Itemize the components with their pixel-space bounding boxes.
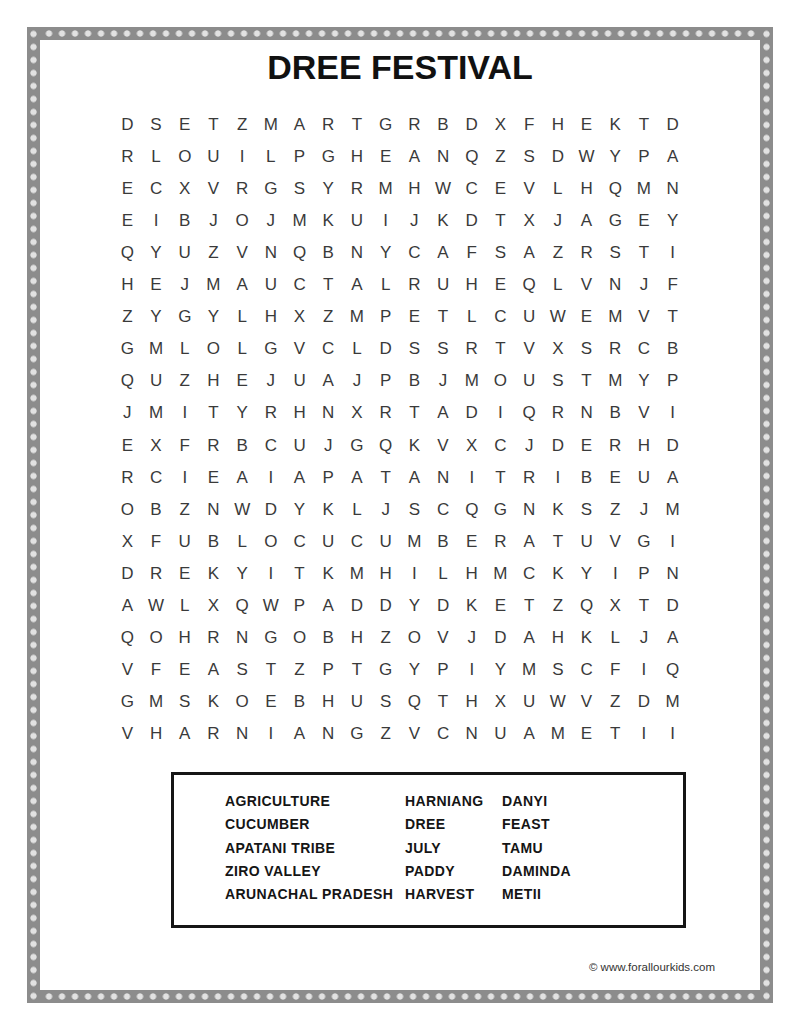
grid-cell-r16-c11[interactable]: Y	[400, 589, 429, 621]
grid-cell-r14-c20[interactable]: I	[658, 525, 687, 557]
grid-cell-r11-c11[interactable]: K	[400, 429, 429, 461]
grid-cell-r11-c13[interactable]: X	[457, 429, 486, 461]
grid-cell-r3-c2[interactable]: C	[142, 172, 171, 204]
grid-cell-r19-c16[interactable]: W	[544, 686, 573, 718]
grid-cell-r10-c7[interactable]: H	[285, 397, 314, 429]
grid-cell-r19-c3[interactable]: S	[170, 686, 199, 718]
grid-cell-r11-c8[interactable]: J	[314, 429, 343, 461]
grid-cell-r15-c19[interactable]: P	[630, 557, 659, 589]
grid-cell-r15-c20[interactable]: N	[658, 557, 687, 589]
grid-cell-r14-c10[interactable]: U	[371, 525, 400, 557]
grid-cell-r12-c12[interactable]: N	[429, 461, 458, 493]
grid-cell-r7-c7[interactable]: X	[285, 301, 314, 333]
grid-cell-r2-c4[interactable]: U	[199, 140, 228, 172]
grid-cell-r5-c9[interactable]: N	[343, 236, 372, 268]
grid-cell-r16-c12[interactable]: D	[429, 589, 458, 621]
grid-cell-r15-c4[interactable]: K	[199, 557, 228, 589]
grid-cell-r10-c19[interactable]: V	[630, 397, 659, 429]
grid-cell-r18-c11[interactable]: Y	[400, 654, 429, 686]
grid-cell-r1-c4[interactable]: T	[199, 108, 228, 140]
grid-cell-r7-c1[interactable]: Z	[113, 301, 142, 333]
grid-cell-r9-c15[interactable]: U	[515, 365, 544, 397]
grid-cell-r19-c11[interactable]: Q	[400, 686, 429, 718]
grid-cell-r13-c8[interactable]: K	[314, 493, 343, 525]
grid-cell-r3-c9[interactable]: R	[343, 172, 372, 204]
grid-cell-r1-c15[interactable]: F	[515, 108, 544, 140]
grid-cell-r10-c12[interactable]: A	[429, 397, 458, 429]
grid-cell-r20-c4[interactable]: R	[199, 718, 228, 750]
grid-cell-r19-c14[interactable]: X	[486, 686, 515, 718]
grid-cell-r5-c10[interactable]: Y	[371, 236, 400, 268]
grid-cell-r18-c2[interactable]: F	[142, 654, 171, 686]
grid-cell-r11-c5[interactable]: B	[228, 429, 257, 461]
grid-cell-r16-c10[interactable]: D	[371, 589, 400, 621]
grid-cell-r13-c18[interactable]: Z	[601, 493, 630, 525]
grid-cell-r6-c9[interactable]: A	[343, 268, 372, 300]
grid-cell-r3-c10[interactable]: M	[371, 172, 400, 204]
grid-cell-r17-c18[interactable]: L	[601, 622, 630, 654]
grid-cell-r17-c20[interactable]: A	[658, 622, 687, 654]
grid-cell-r7-c17[interactable]: E	[572, 301, 601, 333]
grid-cell-r20-c16[interactable]: M	[544, 718, 573, 750]
grid-cell-r16-c16[interactable]: Z	[544, 589, 573, 621]
grid-cell-r7-c9[interactable]: M	[343, 301, 372, 333]
grid-cell-r18-c20[interactable]: Q	[658, 654, 687, 686]
grid-cell-r10-c16[interactable]: R	[544, 397, 573, 429]
grid-cell-r10-c15[interactable]: Q	[515, 397, 544, 429]
grid-cell-r12-c7[interactable]: A	[285, 461, 314, 493]
grid-cell-r16-c2[interactable]: W	[142, 589, 171, 621]
grid-cell-r19-c9[interactable]: U	[343, 686, 372, 718]
grid-cell-r8-c15[interactable]: V	[515, 333, 544, 365]
grid-cell-r4-c17[interactable]: A	[572, 204, 601, 236]
grid-cell-r3-c5[interactable]: R	[228, 172, 257, 204]
grid-cell-r14-c18[interactable]: V	[601, 525, 630, 557]
grid-cell-r5-c13[interactable]: F	[457, 236, 486, 268]
grid-cell-r5-c4[interactable]: Z	[199, 236, 228, 268]
grid-cell-r18-c1[interactable]: V	[113, 654, 142, 686]
grid-cell-r19-c13[interactable]: H	[457, 686, 486, 718]
grid-cell-r3-c16[interactable]: L	[544, 172, 573, 204]
grid-cell-r1-c3[interactable]: E	[170, 108, 199, 140]
grid-cell-r12-c17[interactable]: B	[572, 461, 601, 493]
grid-cell-r3-c7[interactable]: S	[285, 172, 314, 204]
grid-cell-r1-c2[interactable]: S	[142, 108, 171, 140]
grid-cell-r6-c20[interactable]: F	[658, 268, 687, 300]
grid-cell-r12-c6[interactable]: I	[257, 461, 286, 493]
grid-cell-r8-c20[interactable]: B	[658, 333, 687, 365]
grid-cell-r19-c18[interactable]: Z	[601, 686, 630, 718]
grid-cell-r18-c14[interactable]: Y	[486, 654, 515, 686]
grid-cell-r11-c20[interactable]: D	[658, 429, 687, 461]
grid-cell-r12-c5[interactable]: A	[228, 461, 257, 493]
grid-cell-r6-c7[interactable]: C	[285, 268, 314, 300]
grid-cell-r3-c19[interactable]: M	[630, 172, 659, 204]
grid-cell-r4-c11[interactable]: J	[400, 204, 429, 236]
grid-cell-r5-c1[interactable]: Q	[113, 236, 142, 268]
grid-cell-r12-c9[interactable]: A	[343, 461, 372, 493]
grid-cell-r19-c2[interactable]: M	[142, 686, 171, 718]
grid-cell-r2-c14[interactable]: Z	[486, 140, 515, 172]
grid-cell-r10-c18[interactable]: B	[601, 397, 630, 429]
grid-cell-r16-c5[interactable]: Q	[228, 589, 257, 621]
grid-cell-r4-c10[interactable]: I	[371, 204, 400, 236]
grid-cell-r4-c20[interactable]: Y	[658, 204, 687, 236]
grid-cell-r2-c10[interactable]: E	[371, 140, 400, 172]
grid-cell-r18-c7[interactable]: Z	[285, 654, 314, 686]
grid-cell-r12-c4[interactable]: E	[199, 461, 228, 493]
grid-cell-r11-c16[interactable]: D	[544, 429, 573, 461]
grid-cell-r4-c16[interactable]: J	[544, 204, 573, 236]
grid-cell-r15-c16[interactable]: K	[544, 557, 573, 589]
grid-cell-r6-c11[interactable]: R	[400, 268, 429, 300]
grid-cell-r17-c9[interactable]: H	[343, 622, 372, 654]
grid-cell-r16-c8[interactable]: A	[314, 589, 343, 621]
grid-cell-r7-c8[interactable]: Z	[314, 301, 343, 333]
grid-cell-r16-c20[interactable]: D	[658, 589, 687, 621]
grid-cell-r2-c18[interactable]: Y	[601, 140, 630, 172]
grid-cell-r11-c6[interactable]: C	[257, 429, 286, 461]
grid-cell-r17-c10[interactable]: Z	[371, 622, 400, 654]
grid-cell-r9-c6[interactable]: J	[257, 365, 286, 397]
grid-cell-r6-c5[interactable]: A	[228, 268, 257, 300]
grid-cell-r15-c8[interactable]: K	[314, 557, 343, 589]
grid-cell-r6-c8[interactable]: T	[314, 268, 343, 300]
grid-cell-r14-c15[interactable]: A	[515, 525, 544, 557]
grid-cell-r2-c9[interactable]: H	[343, 140, 372, 172]
grid-cell-r3-c8[interactable]: Y	[314, 172, 343, 204]
grid-cell-r16-c17[interactable]: Q	[572, 589, 601, 621]
grid-cell-r4-c5[interactable]: O	[228, 204, 257, 236]
grid-cell-r20-c3[interactable]: A	[170, 718, 199, 750]
grid-cell-r10-c17[interactable]: N	[572, 397, 601, 429]
grid-cell-r11-c15[interactable]: J	[515, 429, 544, 461]
grid-cell-r20-c8[interactable]: N	[314, 718, 343, 750]
grid-cell-r9-c11[interactable]: B	[400, 365, 429, 397]
grid-cell-r7-c16[interactable]: W	[544, 301, 573, 333]
grid-cell-r1-c14[interactable]: X	[486, 108, 515, 140]
grid-cell-r20-c2[interactable]: H	[142, 718, 171, 750]
grid-cell-r13-c20[interactable]: M	[658, 493, 687, 525]
grid-cell-r13-c16[interactable]: K	[544, 493, 573, 525]
grid-cell-r17-c13[interactable]: J	[457, 622, 486, 654]
grid-cell-r4-c6[interactable]: J	[257, 204, 286, 236]
grid-cell-r12-c20[interactable]: A	[658, 461, 687, 493]
grid-cell-r1-c5[interactable]: Z	[228, 108, 257, 140]
grid-cell-r20-c17[interactable]: E	[572, 718, 601, 750]
grid-cell-r4-c2[interactable]: I	[142, 204, 171, 236]
grid-cell-r8-c14[interactable]: T	[486, 333, 515, 365]
grid-cell-r7-c12[interactable]: T	[429, 301, 458, 333]
grid-cell-r11-c7[interactable]: U	[285, 429, 314, 461]
grid-cell-r5-c12[interactable]: A	[429, 236, 458, 268]
grid-cell-r10-c8[interactable]: N	[314, 397, 343, 429]
grid-cell-r14-c4[interactable]: B	[199, 525, 228, 557]
grid-cell-r17-c8[interactable]: B	[314, 622, 343, 654]
grid-cell-r7-c2[interactable]: Y	[142, 301, 171, 333]
grid-cell-r18-c4[interactable]: A	[199, 654, 228, 686]
grid-cell-r8-c17[interactable]: S	[572, 333, 601, 365]
grid-cell-r20-c11[interactable]: V	[400, 718, 429, 750]
grid-cell-r11-c19[interactable]: H	[630, 429, 659, 461]
grid-cell-r4-c1[interactable]: E	[113, 204, 142, 236]
grid-cell-r13-c14[interactable]: G	[486, 493, 515, 525]
grid-cell-r6-c12[interactable]: U	[429, 268, 458, 300]
grid-cell-r16-c7[interactable]: P	[285, 589, 314, 621]
grid-cell-r2-c1[interactable]: R	[113, 140, 142, 172]
grid-cell-r8-c9[interactable]: L	[343, 333, 372, 365]
grid-cell-r17-c15[interactable]: A	[515, 622, 544, 654]
grid-cell-r3-c1[interactable]: E	[113, 172, 142, 204]
grid-cell-r18-c3[interactable]: E	[170, 654, 199, 686]
grid-cell-r19-c5[interactable]: O	[228, 686, 257, 718]
grid-cell-r14-c11[interactable]: M	[400, 525, 429, 557]
grid-cell-r2-c11[interactable]: A	[400, 140, 429, 172]
grid-cell-r13-c17[interactable]: S	[572, 493, 601, 525]
grid-cell-r15-c11[interactable]: I	[400, 557, 429, 589]
grid-cell-r11-c2[interactable]: X	[142, 429, 171, 461]
grid-cell-r20-c14[interactable]: U	[486, 718, 515, 750]
grid-cell-r14-c19[interactable]: G	[630, 525, 659, 557]
grid-cell-r18-c18[interactable]: F	[601, 654, 630, 686]
grid-cell-r14-c13[interactable]: E	[457, 525, 486, 557]
grid-cell-r2-c8[interactable]: G	[314, 140, 343, 172]
grid-cell-r12-c13[interactable]: I	[457, 461, 486, 493]
grid-cell-r5-c17[interactable]: R	[572, 236, 601, 268]
grid-cell-r10-c4[interactable]: T	[199, 397, 228, 429]
grid-cell-r5-c16[interactable]: Z	[544, 236, 573, 268]
grid-cell-r11-c14[interactable]: C	[486, 429, 515, 461]
grid-cell-r2-c16[interactable]: D	[544, 140, 573, 172]
grid-cell-r20-c9[interactable]: G	[343, 718, 372, 750]
grid-cell-r4-c13[interactable]: D	[457, 204, 486, 236]
grid-cell-r9-c19[interactable]: Y	[630, 365, 659, 397]
grid-cell-r1-c9[interactable]: T	[343, 108, 372, 140]
grid-cell-r20-c12[interactable]: C	[429, 718, 458, 750]
grid-cell-r4-c3[interactable]: B	[170, 204, 199, 236]
grid-cell-r14-c17[interactable]: U	[572, 525, 601, 557]
grid-cell-r18-c9[interactable]: T	[343, 654, 372, 686]
grid-cell-r2-c6[interactable]: L	[257, 140, 286, 172]
grid-cell-r11-c10[interactable]: Q	[371, 429, 400, 461]
grid-cell-r14-c8[interactable]: U	[314, 525, 343, 557]
grid-cell-r16-c18[interactable]: X	[601, 589, 630, 621]
grid-cell-r17-c2[interactable]: O	[142, 622, 171, 654]
grid-cell-r13-c15[interactable]: N	[515, 493, 544, 525]
grid-cell-r5-c5[interactable]: V	[228, 236, 257, 268]
grid-cell-r8-c5[interactable]: L	[228, 333, 257, 365]
grid-cell-r17-c11[interactable]: O	[400, 622, 429, 654]
grid-cell-r8-c13[interactable]: R	[457, 333, 486, 365]
grid-cell-r16-c15[interactable]: T	[515, 589, 544, 621]
grid-cell-r7-c5[interactable]: L	[228, 301, 257, 333]
grid-cell-r6-c3[interactable]: J	[170, 268, 199, 300]
grid-cell-r2-c20[interactable]: A	[658, 140, 687, 172]
grid-cell-r1-c8[interactable]: R	[314, 108, 343, 140]
grid-cell-r17-c4[interactable]: R	[199, 622, 228, 654]
grid-cell-r14-c14[interactable]: R	[486, 525, 515, 557]
grid-cell-r9-c10[interactable]: P	[371, 365, 400, 397]
grid-cell-r15-c3[interactable]: E	[170, 557, 199, 589]
grid-cell-r4-c8[interactable]: K	[314, 204, 343, 236]
grid-cell-r12-c3[interactable]: I	[170, 461, 199, 493]
grid-cell-r19-c20[interactable]: M	[658, 686, 687, 718]
grid-cell-r4-c4[interactable]: J	[199, 204, 228, 236]
grid-cell-r18-c10[interactable]: G	[371, 654, 400, 686]
grid-cell-r8-c11[interactable]: S	[400, 333, 429, 365]
grid-cell-r6-c10[interactable]: L	[371, 268, 400, 300]
grid-cell-r20-c18[interactable]: T	[601, 718, 630, 750]
grid-cell-r10-c1[interactable]: J	[113, 397, 142, 429]
grid-cell-r13-c6[interactable]: D	[257, 493, 286, 525]
grid-cell-r20-c5[interactable]: N	[228, 718, 257, 750]
grid-cell-r3-c12[interactable]: W	[429, 172, 458, 204]
grid-cell-r16-c19[interactable]: T	[630, 589, 659, 621]
grid-cell-r7-c15[interactable]: U	[515, 301, 544, 333]
grid-cell-r14-c9[interactable]: C	[343, 525, 372, 557]
grid-cell-r8-c16[interactable]: X	[544, 333, 573, 365]
grid-cell-r15-c12[interactable]: L	[429, 557, 458, 589]
grid-cell-r1-c11[interactable]: R	[400, 108, 429, 140]
grid-cell-r15-c9[interactable]: M	[343, 557, 372, 589]
grid-cell-r6-c13[interactable]: H	[457, 268, 486, 300]
grid-cell-r5-c3[interactable]: U	[170, 236, 199, 268]
grid-cell-r16-c6[interactable]: W	[257, 589, 286, 621]
grid-cell-r9-c1[interactable]: Q	[113, 365, 142, 397]
grid-cell-r9-c8[interactable]: A	[314, 365, 343, 397]
grid-cell-r2-c3[interactable]: O	[170, 140, 199, 172]
grid-cell-r7-c13[interactable]: L	[457, 301, 486, 333]
grid-cell-r2-c17[interactable]: W	[572, 140, 601, 172]
grid-cell-r13-c3[interactable]: Z	[170, 493, 199, 525]
grid-cell-r13-c1[interactable]: O	[113, 493, 142, 525]
grid-cell-r16-c4[interactable]: X	[199, 589, 228, 621]
grid-cell-r8-c19[interactable]: C	[630, 333, 659, 365]
grid-cell-r1-c1[interactable]: D	[113, 108, 142, 140]
grid-cell-r13-c11[interactable]: S	[400, 493, 429, 525]
grid-cell-r5-c19[interactable]: T	[630, 236, 659, 268]
grid-cell-r5-c18[interactable]: S	[601, 236, 630, 268]
grid-cell-r8-c10[interactable]: D	[371, 333, 400, 365]
grid-cell-r6-c6[interactable]: U	[257, 268, 286, 300]
grid-cell-r8-c2[interactable]: M	[142, 333, 171, 365]
grid-cell-r9-c9[interactable]: J	[343, 365, 372, 397]
grid-cell-r15-c2[interactable]: R	[142, 557, 171, 589]
grid-cell-r19-c15[interactable]: U	[515, 686, 544, 718]
grid-cell-r5-c20[interactable]: I	[658, 236, 687, 268]
grid-cell-r3-c11[interactable]: H	[400, 172, 429, 204]
grid-cell-r15-c15[interactable]: C	[515, 557, 544, 589]
grid-cell-r15-c1[interactable]: D	[113, 557, 142, 589]
grid-cell-r4-c12[interactable]: K	[429, 204, 458, 236]
grid-cell-r2-c5[interactable]: I	[228, 140, 257, 172]
grid-cell-r9-c16[interactable]: S	[544, 365, 573, 397]
grid-cell-r13-c7[interactable]: Y	[285, 493, 314, 525]
grid-cell-r13-c9[interactable]: L	[343, 493, 372, 525]
grid-cell-r1-c7[interactable]: A	[285, 108, 314, 140]
grid-cell-r8-c3[interactable]: L	[170, 333, 199, 365]
grid-cell-r20-c20[interactable]: I	[658, 718, 687, 750]
grid-cell-r2-c15[interactable]: S	[515, 140, 544, 172]
grid-cell-r15-c10[interactable]: H	[371, 557, 400, 589]
grid-cell-r14-c6[interactable]: O	[257, 525, 286, 557]
grid-cell-r10-c11[interactable]: T	[400, 397, 429, 429]
grid-cell-r1-c16[interactable]: H	[544, 108, 573, 140]
grid-cell-r12-c16[interactable]: I	[544, 461, 573, 493]
grid-cell-r18-c5[interactable]: S	[228, 654, 257, 686]
grid-cell-r8-c18[interactable]: R	[601, 333, 630, 365]
grid-cell-r9-c20[interactable]: P	[658, 365, 687, 397]
grid-cell-r18-c16[interactable]: S	[544, 654, 573, 686]
grid-cell-r7-c6[interactable]: H	[257, 301, 286, 333]
grid-cell-r6-c16[interactable]: L	[544, 268, 573, 300]
grid-cell-r20-c1[interactable]: V	[113, 718, 142, 750]
grid-cell-r12-c11[interactable]: A	[400, 461, 429, 493]
grid-cell-r2-c2[interactable]: L	[142, 140, 171, 172]
grid-cell-r14-c3[interactable]: U	[170, 525, 199, 557]
grid-cell-r9-c4[interactable]: H	[199, 365, 228, 397]
grid-cell-r13-c10[interactable]: J	[371, 493, 400, 525]
grid-cell-r15-c6[interactable]: I	[257, 557, 286, 589]
grid-cell-r11-c9[interactable]: G	[343, 429, 372, 461]
grid-cell-r1-c12[interactable]: B	[429, 108, 458, 140]
grid-cell-r13-c5[interactable]: W	[228, 493, 257, 525]
grid-cell-r14-c7[interactable]: C	[285, 525, 314, 557]
grid-cell-r18-c13[interactable]: I	[457, 654, 486, 686]
grid-cell-r3-c3[interactable]: X	[170, 172, 199, 204]
grid-cell-r13-c2[interactable]: B	[142, 493, 171, 525]
grid-cell-r6-c2[interactable]: E	[142, 268, 171, 300]
grid-cell-r10-c2[interactable]: M	[142, 397, 171, 429]
grid-cell-r14-c5[interactable]: L	[228, 525, 257, 557]
grid-cell-r14-c12[interactable]: B	[429, 525, 458, 557]
grid-cell-r15-c17[interactable]: Y	[572, 557, 601, 589]
grid-cell-r1-c20[interactable]: D	[658, 108, 687, 140]
grid-cell-r12-c19[interactable]: U	[630, 461, 659, 493]
grid-cell-r19-c12[interactable]: T	[429, 686, 458, 718]
grid-cell-r17-c16[interactable]: H	[544, 622, 573, 654]
grid-cell-r17-c1[interactable]: Q	[113, 622, 142, 654]
grid-cell-r18-c6[interactable]: T	[257, 654, 286, 686]
grid-cell-r16-c3[interactable]: L	[170, 589, 199, 621]
grid-cell-r11-c3[interactable]: F	[170, 429, 199, 461]
grid-cell-r15-c14[interactable]: M	[486, 557, 515, 589]
grid-cell-r10-c10[interactable]: R	[371, 397, 400, 429]
grid-cell-r20-c15[interactable]: A	[515, 718, 544, 750]
grid-cell-r11-c1[interactable]: E	[113, 429, 142, 461]
grid-cell-r8-c12[interactable]: S	[429, 333, 458, 365]
grid-cell-r19-c19[interactable]: D	[630, 686, 659, 718]
grid-cell-r19-c6[interactable]: E	[257, 686, 286, 718]
grid-cell-r20-c10[interactable]: Z	[371, 718, 400, 750]
grid-cell-r20-c6[interactable]: I	[257, 718, 286, 750]
grid-cell-r5-c2[interactable]: Y	[142, 236, 171, 268]
grid-cell-r12-c15[interactable]: R	[515, 461, 544, 493]
grid-cell-r3-c20[interactable]: N	[658, 172, 687, 204]
grid-cell-r6-c19[interactable]: J	[630, 268, 659, 300]
grid-cell-r2-c12[interactable]: N	[429, 140, 458, 172]
grid-cell-r18-c12[interactable]: P	[429, 654, 458, 686]
grid-cell-r3-c13[interactable]: C	[457, 172, 486, 204]
grid-cell-r2-c19[interactable]: P	[630, 140, 659, 172]
grid-cell-r19-c1[interactable]: G	[113, 686, 142, 718]
grid-cell-r17-c17[interactable]: K	[572, 622, 601, 654]
grid-cell-r4-c19[interactable]: E	[630, 204, 659, 236]
grid-cell-r7-c19[interactable]: V	[630, 301, 659, 333]
grid-cell-r18-c19[interactable]: I	[630, 654, 659, 686]
grid-cell-r13-c19[interactable]: J	[630, 493, 659, 525]
grid-cell-r5-c8[interactable]: B	[314, 236, 343, 268]
